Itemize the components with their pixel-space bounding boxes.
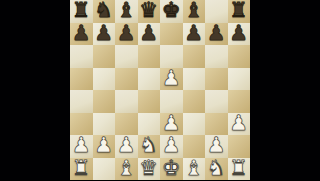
square-g7[interactable]: ♟	[205, 23, 228, 46]
chess-board[interactable]: ♜♞♝♛♚♝♜♟♟♟♟♟♟♟♟♟♟♟♟♟♞♟♟♜♝♛♚♝♞♜	[70, 0, 250, 180]
square-h6[interactable]	[228, 45, 251, 68]
square-a2[interactable]: ♟	[70, 135, 93, 158]
square-b2[interactable]: ♟	[93, 135, 116, 158]
square-h1[interactable]: ♜	[228, 158, 251, 181]
white-pawn[interactable]: ♟	[228, 111, 251, 136]
square-f1[interactable]: ♝	[183, 158, 206, 181]
square-a5[interactable]	[70, 68, 93, 91]
square-d7[interactable]: ♟	[138, 23, 161, 46]
black-pawn[interactable]: ♟	[70, 21, 93, 46]
white-pawn[interactable]: ♟	[160, 66, 183, 91]
black-queen[interactable]: ♛	[138, 0, 161, 23]
square-c3[interactable]	[115, 113, 138, 136]
square-e7[interactable]	[160, 23, 183, 46]
square-d3[interactable]	[138, 113, 161, 136]
square-a8[interactable]: ♜	[70, 0, 93, 23]
black-bishop[interactable]: ♝	[115, 0, 138, 23]
square-b7[interactable]: ♟	[93, 23, 116, 46]
black-pawn[interactable]: ♟	[115, 21, 138, 46]
white-pawn[interactable]: ♟	[205, 133, 228, 158]
black-rook[interactable]: ♜	[228, 0, 251, 23]
square-e2[interactable]: ♟	[160, 135, 183, 158]
square-f5[interactable]	[183, 68, 206, 91]
square-f4[interactable]	[183, 90, 206, 113]
square-h2[interactable]	[228, 135, 251, 158]
square-a4[interactable]	[70, 90, 93, 113]
white-rook[interactable]: ♜	[70, 156, 93, 181]
square-c2[interactable]: ♟	[115, 135, 138, 158]
white-pawn[interactable]: ♟	[160, 111, 183, 136]
square-b3[interactable]	[93, 113, 116, 136]
square-a1[interactable]: ♜	[70, 158, 93, 181]
square-g1[interactable]: ♞	[205, 158, 228, 181]
square-g8[interactable]	[205, 0, 228, 23]
square-h5[interactable]	[228, 68, 251, 91]
white-king[interactable]: ♚	[160, 156, 183, 181]
square-f8[interactable]: ♝	[183, 0, 206, 23]
white-pawn[interactable]: ♟	[160, 133, 183, 158]
square-e1[interactable]: ♚	[160, 158, 183, 181]
black-knight[interactable]: ♞	[93, 0, 116, 23]
letterbox-right	[250, 0, 320, 180]
white-knight[interactable]: ♞	[205, 156, 228, 181]
square-e3[interactable]: ♟	[160, 113, 183, 136]
white-queen[interactable]: ♛	[138, 156, 161, 181]
square-h4[interactable]	[228, 90, 251, 113]
black-bishop[interactable]: ♝	[183, 0, 206, 23]
black-rook[interactable]: ♜	[70, 0, 93, 23]
square-g3[interactable]	[205, 113, 228, 136]
square-b1[interactable]	[93, 158, 116, 181]
square-a6[interactable]	[70, 45, 93, 68]
black-pawn[interactable]: ♟	[138, 21, 161, 46]
black-pawn[interactable]: ♟	[228, 21, 251, 46]
square-g2[interactable]: ♟	[205, 135, 228, 158]
square-d8[interactable]: ♛	[138, 0, 161, 23]
square-a3[interactable]	[70, 113, 93, 136]
square-h8[interactable]: ♜	[228, 0, 251, 23]
square-g4[interactable]	[205, 90, 228, 113]
black-king[interactable]: ♚	[160, 0, 183, 23]
square-h3[interactable]: ♟	[228, 113, 251, 136]
square-c6[interactable]	[115, 45, 138, 68]
square-c1[interactable]: ♝	[115, 158, 138, 181]
white-bishop[interactable]: ♝	[115, 156, 138, 181]
letterbox-left	[0, 0, 70, 180]
square-b5[interactable]	[93, 68, 116, 91]
white-pawn[interactable]: ♟	[115, 133, 138, 158]
black-pawn[interactable]: ♟	[183, 21, 206, 46]
white-bishop[interactable]: ♝	[183, 156, 206, 181]
square-b8[interactable]: ♞	[93, 0, 116, 23]
square-e6[interactable]	[160, 45, 183, 68]
square-b4[interactable]	[93, 90, 116, 113]
square-b6[interactable]	[93, 45, 116, 68]
square-e4[interactable]	[160, 90, 183, 113]
white-pawn[interactable]: ♟	[93, 133, 116, 158]
square-c7[interactable]: ♟	[115, 23, 138, 46]
white-pawn[interactable]: ♟	[70, 133, 93, 158]
square-d4[interactable]	[138, 90, 161, 113]
square-e5[interactable]: ♟	[160, 68, 183, 91]
square-d6[interactable]	[138, 45, 161, 68]
square-a7[interactable]: ♟	[70, 23, 93, 46]
square-c5[interactable]	[115, 68, 138, 91]
square-f3[interactable]	[183, 113, 206, 136]
square-g6[interactable]	[205, 45, 228, 68]
square-g5[interactable]	[205, 68, 228, 91]
square-h7[interactable]: ♟	[228, 23, 251, 46]
square-d1[interactable]: ♛	[138, 158, 161, 181]
app-stage: ♜♞♝♛♚♝♜♟♟♟♟♟♟♟♟♟♟♟♟♟♞♟♟♜♝♛♚♝♞♜	[0, 0, 320, 180]
square-c8[interactable]: ♝	[115, 0, 138, 23]
black-pawn[interactable]: ♟	[93, 21, 116, 46]
square-d5[interactable]	[138, 68, 161, 91]
square-f2[interactable]	[183, 135, 206, 158]
square-f6[interactable]	[183, 45, 206, 68]
black-pawn[interactable]: ♟	[205, 21, 228, 46]
square-d2[interactable]: ♞	[138, 135, 161, 158]
white-rook[interactable]: ♜	[228, 156, 251, 181]
square-c4[interactable]	[115, 90, 138, 113]
white-knight[interactable]: ♞	[138, 133, 161, 158]
square-e8[interactable]: ♚	[160, 0, 183, 23]
square-f7[interactable]: ♟	[183, 23, 206, 46]
